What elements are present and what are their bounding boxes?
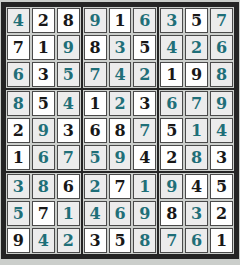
cell-r5c6[interactable]: 7	[133, 118, 156, 143]
cell-r9c7[interactable]: 7	[160, 228, 183, 253]
cell-r1c4[interactable]: 9	[84, 8, 107, 33]
cell-r5c5[interactable]: 8	[109, 118, 132, 143]
cell-r6c3[interactable]: 7	[57, 145, 80, 170]
cell-r7c7[interactable]: 9	[160, 174, 183, 199]
cell-r1c8[interactable]: 5	[185, 8, 208, 33]
cell-r4c7[interactable]: 6	[160, 91, 183, 116]
cell-r8c5[interactable]: 6	[109, 201, 132, 226]
cell-r7c9[interactable]: 5	[210, 174, 233, 199]
cell-r3c4[interactable]: 7	[84, 62, 107, 87]
cell-r5c2[interactable]: 9	[32, 118, 55, 143]
cell-r6c9[interactable]: 3	[210, 145, 233, 170]
cell-r2c1[interactable]: 7	[7, 35, 30, 60]
sudoku-box-5: 123687594	[82, 89, 159, 172]
cell-r4c6[interactable]: 3	[133, 91, 156, 116]
cell-r7c6[interactable]: 1	[133, 174, 156, 199]
sudoku-box-7: 386571942	[5, 172, 82, 255]
cell-r9c5[interactable]: 5	[109, 228, 132, 253]
cell-r4c4[interactable]: 1	[84, 91, 107, 116]
cell-r4c3[interactable]: 4	[57, 91, 80, 116]
cell-r3c8[interactable]: 9	[185, 62, 208, 87]
cell-r9c1[interactable]: 9	[7, 228, 30, 253]
sudoku-box-3: 357426198	[158, 6, 235, 89]
cell-r4c5[interactable]: 2	[109, 91, 132, 116]
cell-r3c6[interactable]: 2	[133, 62, 156, 87]
cell-r3c5[interactable]: 4	[109, 62, 132, 87]
cell-r1c9[interactable]: 7	[210, 8, 233, 33]
cell-r7c8[interactable]: 4	[185, 174, 208, 199]
cell-r5c8[interactable]: 1	[185, 118, 208, 143]
cell-r2c3[interactable]: 9	[57, 35, 80, 60]
cell-r9c3[interactable]: 2	[57, 228, 80, 253]
cell-r3c1[interactable]: 6	[7, 62, 30, 87]
cell-r8c4[interactable]: 4	[84, 201, 107, 226]
cell-r5c4[interactable]: 6	[84, 118, 107, 143]
cell-r2c7[interactable]: 4	[160, 35, 183, 60]
cell-r3c3[interactable]: 5	[57, 62, 80, 87]
sudoku-board: 4287196359168357423574261988542931671236…	[1, 2, 239, 259]
sudoku-box-4: 854293167	[5, 89, 82, 172]
cell-r1c5[interactable]: 1	[109, 8, 132, 33]
cell-r2c9[interactable]: 6	[210, 35, 233, 60]
sudoku-page: 4287196359168357423574261988542931671236…	[0, 0, 240, 265]
cell-r8c9[interactable]: 2	[210, 201, 233, 226]
cell-r1c1[interactable]: 4	[7, 8, 30, 33]
cell-r1c7[interactable]: 3	[160, 8, 183, 33]
cell-r7c4[interactable]: 2	[84, 174, 107, 199]
cell-r5c7[interactable]: 5	[160, 118, 183, 143]
cell-r7c3[interactable]: 6	[57, 174, 80, 199]
cell-r6c2[interactable]: 6	[32, 145, 55, 170]
cell-r4c2[interactable]: 5	[32, 91, 55, 116]
cell-r6c7[interactable]: 2	[160, 145, 183, 170]
cell-r9c8[interactable]: 6	[185, 228, 208, 253]
cell-r6c4[interactable]: 5	[84, 145, 107, 170]
cell-r6c1[interactable]: 1	[7, 145, 30, 170]
sudoku-box-9: 945832761	[158, 172, 235, 255]
cell-r1c3[interactable]: 8	[57, 8, 80, 33]
cell-r9c2[interactable]: 4	[32, 228, 55, 253]
cell-r4c8[interactable]: 7	[185, 91, 208, 116]
cell-r9c9[interactable]: 1	[210, 228, 233, 253]
cell-r2c5[interactable]: 3	[109, 35, 132, 60]
cell-r6c6[interactable]: 4	[133, 145, 156, 170]
cell-r2c4[interactable]: 8	[84, 35, 107, 60]
cell-r7c2[interactable]: 8	[32, 174, 55, 199]
cell-r4c9[interactable]: 9	[210, 91, 233, 116]
cell-r3c9[interactable]: 8	[210, 62, 233, 87]
sudoku-box-8: 271469358	[82, 172, 159, 255]
cell-r6c8[interactable]: 8	[185, 145, 208, 170]
cell-r7c1[interactable]: 3	[7, 174, 30, 199]
cell-r5c9[interactable]: 4	[210, 118, 233, 143]
cell-r8c2[interactable]: 7	[32, 201, 55, 226]
cell-r7c5[interactable]: 7	[109, 174, 132, 199]
cell-r5c1[interactable]: 2	[7, 118, 30, 143]
cell-r8c6[interactable]: 9	[133, 201, 156, 226]
sudoku-box-6: 679514283	[158, 89, 235, 172]
sudoku-box-1: 428719635	[5, 6, 82, 89]
cell-r8c7[interactable]: 8	[160, 201, 183, 226]
cell-r8c3[interactable]: 1	[57, 201, 80, 226]
cell-r1c6[interactable]: 6	[133, 8, 156, 33]
cell-r8c8[interactable]: 3	[185, 201, 208, 226]
sudoku-box-2: 916835742	[82, 6, 159, 89]
cell-r4c1[interactable]: 8	[7, 91, 30, 116]
cell-r9c6[interactable]: 8	[133, 228, 156, 253]
cell-r9c4[interactable]: 3	[84, 228, 107, 253]
cell-r2c6[interactable]: 5	[133, 35, 156, 60]
cell-r2c2[interactable]: 1	[32, 35, 55, 60]
cell-r2c8[interactable]: 2	[185, 35, 208, 60]
cell-r3c7[interactable]: 1	[160, 62, 183, 87]
cell-r6c5[interactable]: 9	[109, 145, 132, 170]
cell-r3c2[interactable]: 3	[32, 62, 55, 87]
cell-r8c1[interactable]: 5	[7, 201, 30, 226]
cell-r5c3[interactable]: 3	[57, 118, 80, 143]
cell-r1c2[interactable]: 2	[32, 8, 55, 33]
